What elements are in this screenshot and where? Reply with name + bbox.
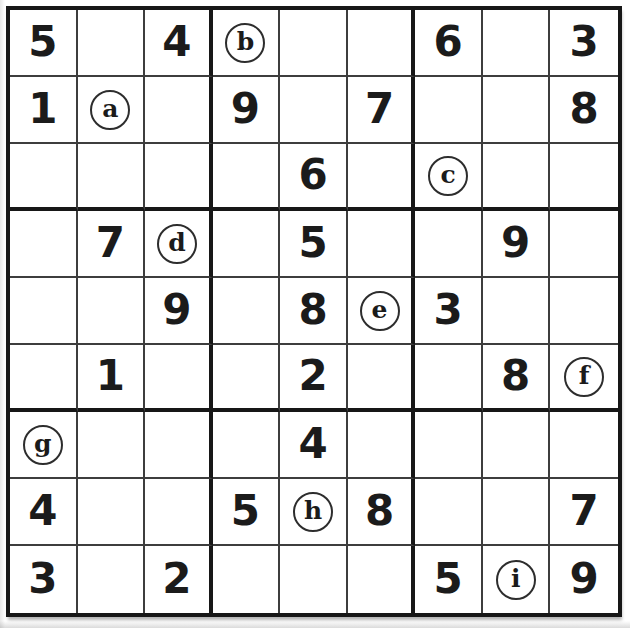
cell-r1c4[interactable]: b [213, 10, 281, 77]
cell-r1c2[interactable] [78, 10, 146, 77]
given-digit: 8 [570, 88, 599, 130]
cell-r5c5[interactable]: 8 [280, 278, 348, 345]
cell-r7c8[interactable] [483, 412, 551, 479]
given-digit: 3 [570, 21, 599, 63]
cell-r1c3[interactable]: 4 [145, 10, 213, 77]
cell-r5c9[interactable] [550, 278, 618, 345]
cell-r2c9[interactable]: 8 [550, 77, 618, 144]
cell-r6c5[interactable]: 2 [280, 345, 348, 412]
circled-letter-b: b [225, 23, 265, 63]
cell-r3c4[interactable] [213, 144, 281, 211]
cell-r5c6[interactable]: e [348, 278, 416, 345]
cell-r8c6[interactable]: 8 [348, 479, 416, 546]
circled-letter-i: i [496, 560, 536, 600]
circled-letter-g: g [23, 425, 63, 465]
cell-r5c2[interactable] [78, 278, 146, 345]
cell-r3c1[interactable] [10, 144, 78, 211]
cell-r6c3[interactable] [145, 345, 213, 412]
cell-r2c5[interactable] [280, 77, 348, 144]
given-digit: 9 [162, 289, 191, 331]
cell-r5c7[interactable]: 3 [415, 278, 483, 345]
cell-r9c7[interactable]: 5 [415, 546, 483, 613]
cell-r1c6[interactable] [348, 10, 416, 77]
cell-r8c1[interactable]: 4 [10, 479, 78, 546]
cell-r6c1[interactable] [10, 345, 78, 412]
given-digit: 9 [570, 558, 599, 600]
circled-letter-c: c [428, 156, 468, 196]
given-digit: 6 [433, 21, 462, 63]
given-digit: 9 [231, 88, 260, 130]
cell-r4c9[interactable] [550, 211, 618, 278]
cell-r2c6[interactable]: 7 [348, 77, 416, 144]
scan-artifact-bottom-shadow [0, 621, 630, 628]
cell-r6c2[interactable]: 1 [78, 345, 146, 412]
cell-r4c1[interactable] [10, 211, 78, 278]
cell-r6c7[interactable] [415, 345, 483, 412]
cell-r2c4[interactable]: 9 [213, 77, 281, 144]
given-digit: 2 [298, 355, 327, 397]
cell-r4c2[interactable]: 7 [78, 211, 146, 278]
circled-letter-e: e [360, 291, 400, 331]
given-digit: 6 [298, 154, 327, 196]
cell-r9c1[interactable]: 3 [10, 546, 78, 613]
cell-r3c9[interactable] [550, 144, 618, 211]
given-digit: 7 [96, 222, 125, 264]
cell-r1c9[interactable]: 3 [550, 10, 618, 77]
cell-r4c5[interactable]: 5 [280, 211, 348, 278]
given-digit: 8 [501, 355, 530, 397]
given-digit: 5 [298, 222, 327, 264]
cell-r6c6[interactable] [348, 345, 416, 412]
cell-r1c1[interactable]: 5 [10, 10, 78, 77]
cell-r8c4[interactable]: 5 [213, 479, 281, 546]
cell-r8c2[interactable] [78, 479, 146, 546]
cell-r1c5[interactable] [280, 10, 348, 77]
cell-r7c4[interactable] [213, 412, 281, 479]
cell-r6c9[interactable]: f [550, 345, 618, 412]
given-digit: 8 [365, 490, 394, 532]
cell-r6c4[interactable] [213, 345, 281, 412]
circled-letter-d: d [157, 224, 197, 264]
cell-r3c7[interactable]: c [415, 144, 483, 211]
cell-r2c3[interactable] [145, 77, 213, 144]
given-digit: 1 [28, 88, 57, 130]
cell-r9c2[interactable] [78, 546, 146, 613]
cell-r3c8[interactable] [483, 144, 551, 211]
cell-r7c6[interactable] [348, 412, 416, 479]
cell-r5c8[interactable] [483, 278, 551, 345]
circled-letter-f: f [564, 357, 604, 397]
cell-r1c7[interactable]: 6 [415, 10, 483, 77]
cell-r2c8[interactable] [483, 77, 551, 144]
cell-r7c2[interactable] [78, 412, 146, 479]
cell-r9c9[interactable]: 9 [550, 546, 618, 613]
cell-r9c4[interactable] [213, 546, 281, 613]
cell-r3c6[interactable] [348, 144, 416, 211]
cell-r1c8[interactable] [483, 10, 551, 77]
cell-r4c7[interactable] [415, 211, 483, 278]
given-digit: 4 [162, 21, 191, 63]
cell-r3c3[interactable] [145, 144, 213, 211]
cell-r5c4[interactable] [213, 278, 281, 345]
cell-r7c3[interactable] [145, 412, 213, 479]
given-digit: 1 [96, 355, 125, 397]
cell-r4c3[interactable]: d [145, 211, 213, 278]
cell-r3c5[interactable]: 6 [280, 144, 348, 211]
given-digit: 5 [28, 21, 57, 63]
cell-r6c8[interactable]: 8 [483, 345, 551, 412]
given-digit: 5 [231, 490, 260, 532]
cell-r2c2[interactable]: a [78, 77, 146, 144]
given-digit: 3 [433, 289, 462, 331]
cell-r8c3[interactable] [145, 479, 213, 546]
cell-r8c5[interactable]: h [280, 479, 348, 546]
cell-r8c8[interactable] [483, 479, 551, 546]
cell-r5c1[interactable] [10, 278, 78, 345]
cell-r4c8[interactable]: 9 [483, 211, 551, 278]
cell-r7c7[interactable] [415, 412, 483, 479]
cell-r7c1[interactable]: g [10, 412, 78, 479]
scan-artifact-left-edge [0, 0, 5, 628]
cell-r3c2[interactable] [78, 144, 146, 211]
circled-letter-h: h [293, 492, 333, 532]
cell-r9c6[interactable] [348, 546, 416, 613]
sudoku-board: 54b631a9786c7d5998e3128fg445h87325i9 [6, 6, 622, 617]
given-digit: 5 [433, 558, 462, 600]
given-digit: 9 [501, 222, 530, 264]
given-digit: 3 [28, 558, 57, 600]
given-digit: 4 [28, 490, 57, 532]
cell-r4c6[interactable] [348, 211, 416, 278]
given-digit: 8 [298, 289, 327, 331]
given-digit: 7 [570, 490, 599, 532]
cell-r9c3[interactable]: 2 [145, 546, 213, 613]
given-digit: 2 [162, 558, 191, 600]
cell-r5c3[interactable]: 9 [145, 278, 213, 345]
cell-r2c1[interactable]: 1 [10, 77, 78, 144]
cell-r4c4[interactable] [213, 211, 281, 278]
given-digit: 4 [298, 423, 327, 465]
given-digit: 7 [365, 88, 394, 130]
cell-r7c9[interactable] [550, 412, 618, 479]
circled-letter-a: a [90, 90, 130, 130]
cell-r8c7[interactable] [415, 479, 483, 546]
cell-r9c8[interactable]: i [483, 546, 551, 613]
cell-r2c7[interactable] [415, 77, 483, 144]
cell-r9c5[interactable] [280, 546, 348, 613]
cell-r8c9[interactable]: 7 [550, 479, 618, 546]
cell-r7c5[interactable]: 4 [280, 412, 348, 479]
